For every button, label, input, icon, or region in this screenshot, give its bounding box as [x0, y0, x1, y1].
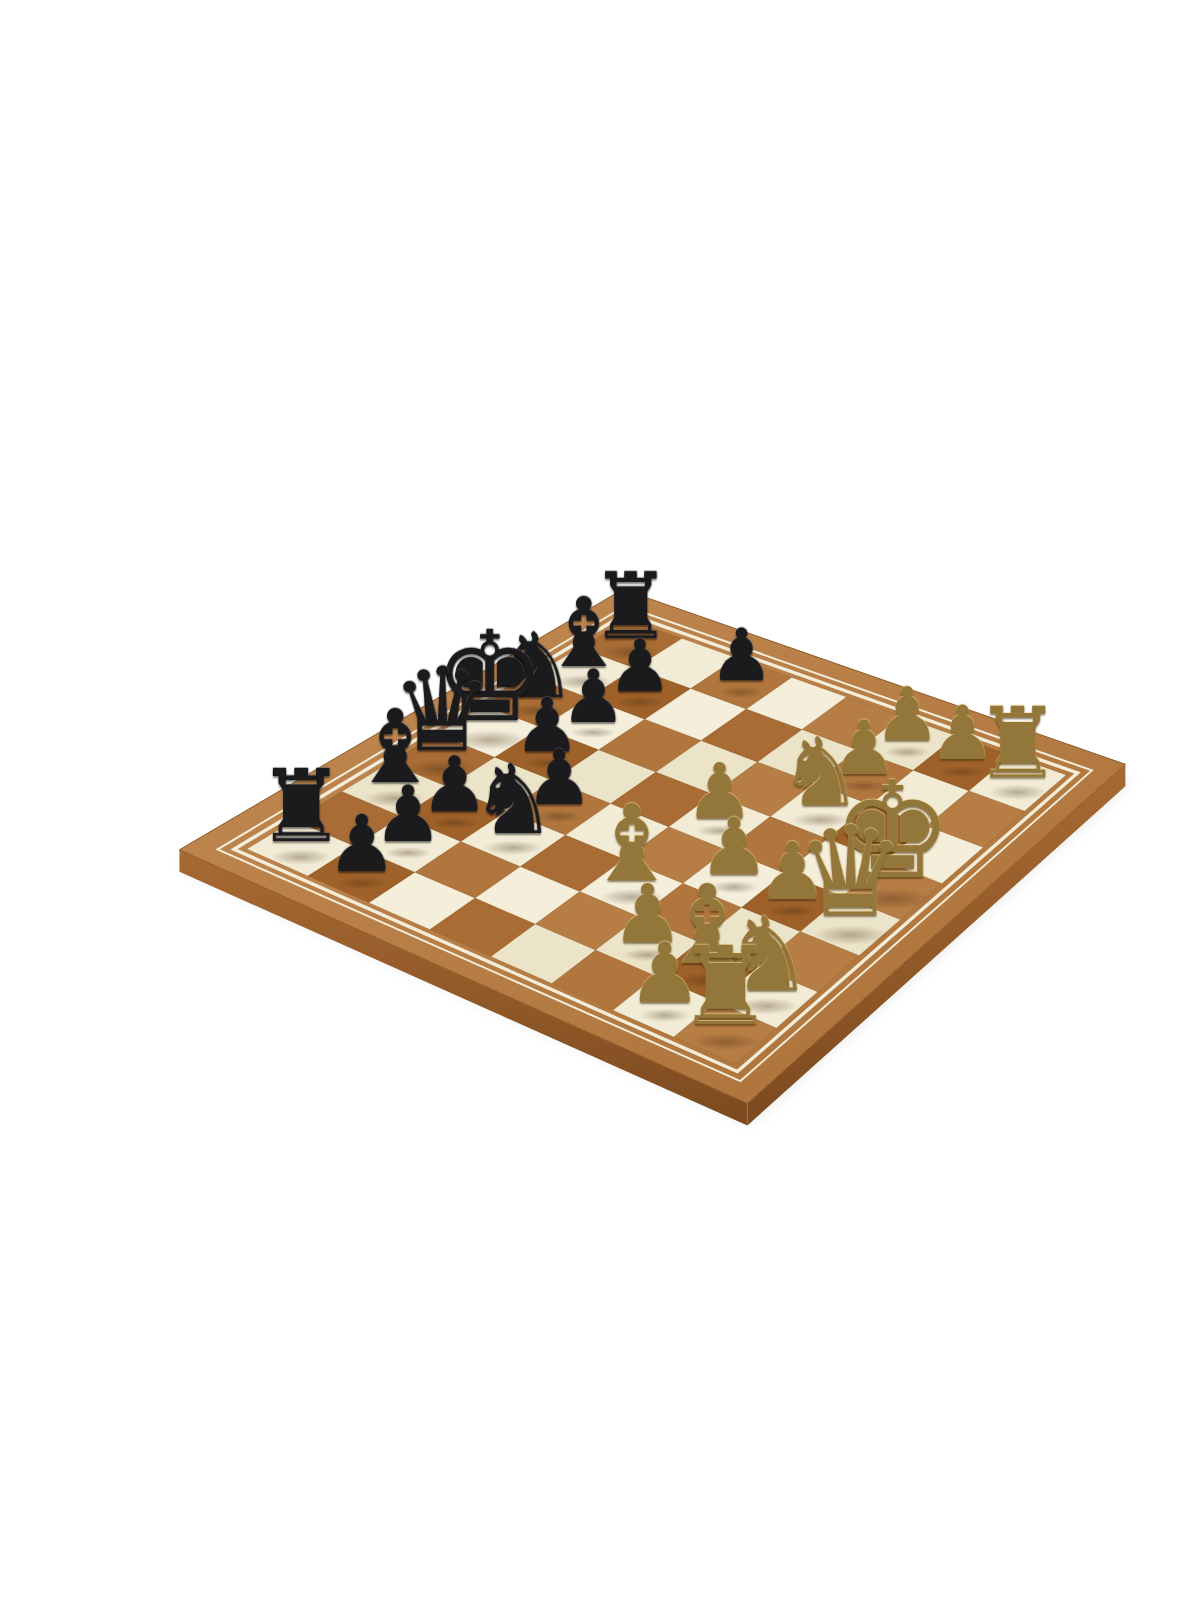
piece-black-pawn-a7[interactable]: ♟ — [326, 805, 396, 883]
piece-black-pawn-h6[interactable]: ♟ — [709, 620, 773, 692]
piece-gold-rook-h1[interactable]: ♜ — [974, 695, 1061, 793]
chessboard-photo: chess ♜♝♛♚♞♝♜♟♟♟♟♟♟♞♟♟♝♟♟♟♞♟♟♟♝♟♟♜♞♛♚♜ — [40, 16, 1200, 1600]
piece-black-knight-c6[interactable]: ♞ — [470, 751, 556, 847]
piece-gold-rook-a1[interactable]: ♜ — [677, 933, 774, 1042]
